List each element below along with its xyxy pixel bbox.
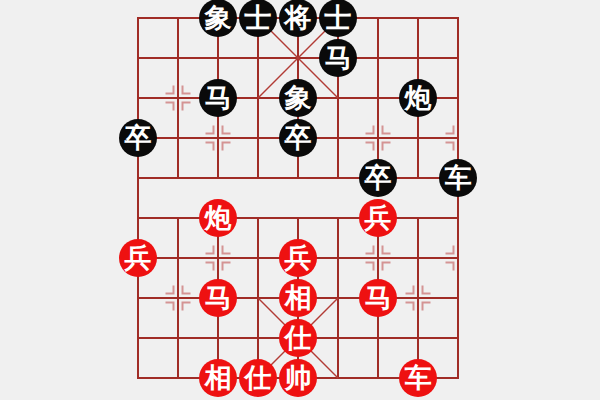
point-3-1 xyxy=(238,38,278,78)
point-5-8 xyxy=(318,318,358,358)
point-1-0 xyxy=(158,0,198,38)
point-7-9: 车 xyxy=(398,358,438,398)
point-1-7 xyxy=(158,278,198,318)
board-points: 象士将士马马象炮卒卒卒车炮兵兵兵马相马仕相仕帅车 xyxy=(118,0,478,398)
red-horse[interactable]: 马 xyxy=(199,279,237,317)
red-general[interactable]: 帅 xyxy=(279,359,317,397)
point-2-6 xyxy=(198,238,238,278)
black-horse[interactable]: 马 xyxy=(319,39,357,77)
point-5-5 xyxy=(318,198,358,238)
point-4-6: 兵 xyxy=(278,238,318,278)
red-advisor[interactable]: 仕 xyxy=(239,359,277,397)
point-8-0 xyxy=(438,0,478,38)
point-5-0: 士 xyxy=(318,0,358,38)
point-3-4 xyxy=(238,158,278,198)
black-chariot[interactable]: 车 xyxy=(439,159,477,197)
black-advisor[interactable]: 士 xyxy=(239,0,277,37)
point-7-4 xyxy=(398,158,438,198)
point-4-7: 相 xyxy=(278,278,318,318)
point-0-5 xyxy=(118,198,158,238)
point-3-9: 仕 xyxy=(238,358,278,398)
point-0-3: 卒 xyxy=(118,118,158,158)
point-2-8 xyxy=(198,318,238,358)
red-advisor[interactable]: 仕 xyxy=(279,319,317,357)
point-3-7 xyxy=(238,278,278,318)
point-4-2: 象 xyxy=(278,78,318,118)
point-0-9 xyxy=(118,358,158,398)
point-3-2 xyxy=(238,78,278,118)
point-6-9 xyxy=(358,358,398,398)
point-8-3 xyxy=(438,118,478,158)
point-4-0: 将 xyxy=(278,0,318,38)
point-2-2: 马 xyxy=(198,78,238,118)
point-8-9 xyxy=(438,358,478,398)
point-4-1 xyxy=(278,38,318,78)
point-7-8 xyxy=(398,318,438,358)
point-3-3 xyxy=(238,118,278,158)
point-5-9 xyxy=(318,358,358,398)
point-2-5: 炮 xyxy=(198,198,238,238)
point-5-2 xyxy=(318,78,358,118)
black-advisor[interactable]: 士 xyxy=(319,0,357,37)
red-horse[interactable]: 马 xyxy=(359,279,397,317)
point-6-6 xyxy=(358,238,398,278)
black-cannon[interactable]: 炮 xyxy=(399,79,437,117)
black-soldier[interactable]: 卒 xyxy=(119,119,157,157)
point-1-1 xyxy=(158,38,198,78)
point-5-6 xyxy=(318,238,358,278)
point-7-5 xyxy=(398,198,438,238)
point-6-2 xyxy=(358,78,398,118)
red-elephant[interactable]: 相 xyxy=(279,279,317,317)
point-8-4: 车 xyxy=(438,158,478,198)
point-7-3 xyxy=(398,118,438,158)
point-8-7 xyxy=(438,278,478,318)
point-3-8 xyxy=(238,318,278,358)
red-cannon[interactable]: 炮 xyxy=(199,199,237,237)
point-0-0 xyxy=(118,0,158,38)
black-soldier[interactable]: 卒 xyxy=(279,119,317,157)
point-3-5 xyxy=(238,198,278,238)
black-elephant[interactable]: 象 xyxy=(199,0,237,37)
point-0-4 xyxy=(118,158,158,198)
black-elephant[interactable]: 象 xyxy=(279,79,317,117)
point-7-1 xyxy=(398,38,438,78)
point-7-6 xyxy=(398,238,438,278)
point-0-6: 兵 xyxy=(118,238,158,278)
point-8-6 xyxy=(438,238,478,278)
point-1-6 xyxy=(158,238,198,278)
point-3-0: 士 xyxy=(238,0,278,38)
point-1-4 xyxy=(158,158,198,198)
point-4-5 xyxy=(278,198,318,238)
point-8-1 xyxy=(438,38,478,78)
red-soldier[interactable]: 兵 xyxy=(359,199,397,237)
point-6-5: 兵 xyxy=(358,198,398,238)
point-8-5 xyxy=(438,198,478,238)
point-0-2 xyxy=(118,78,158,118)
point-2-1 xyxy=(198,38,238,78)
point-6-1 xyxy=(358,38,398,78)
point-6-7: 马 xyxy=(358,278,398,318)
point-3-6 xyxy=(238,238,278,278)
black-horse[interactable]: 马 xyxy=(199,79,237,117)
point-6-8 xyxy=(358,318,398,358)
point-2-7: 马 xyxy=(198,278,238,318)
black-general[interactable]: 将 xyxy=(279,0,317,37)
point-4-4 xyxy=(278,158,318,198)
point-8-2 xyxy=(438,78,478,118)
point-5-7 xyxy=(318,278,358,318)
point-8-8 xyxy=(438,318,478,358)
point-7-0 xyxy=(398,0,438,38)
point-0-8 xyxy=(118,318,158,358)
point-7-7 xyxy=(398,278,438,318)
point-2-0: 象 xyxy=(198,0,238,38)
point-4-3: 卒 xyxy=(278,118,318,158)
red-elephant[interactable]: 相 xyxy=(199,359,237,397)
point-5-3 xyxy=(318,118,358,158)
black-soldier[interactable]: 卒 xyxy=(359,159,397,197)
point-2-4 xyxy=(198,158,238,198)
point-6-0 xyxy=(358,0,398,38)
point-2-3 xyxy=(198,118,238,158)
red-soldier[interactable]: 兵 xyxy=(119,239,157,277)
point-5-4 xyxy=(318,158,358,198)
red-chariot[interactable]: 车 xyxy=(399,359,437,397)
point-0-1 xyxy=(118,38,158,78)
point-7-2: 炮 xyxy=(398,78,438,118)
point-4-9: 帅 xyxy=(278,358,318,398)
point-0-7 xyxy=(118,278,158,318)
red-soldier[interactable]: 兵 xyxy=(279,239,317,277)
point-1-8 xyxy=(158,318,198,358)
point-1-9 xyxy=(158,358,198,398)
point-6-4: 卒 xyxy=(358,158,398,198)
point-1-2 xyxy=(158,78,198,118)
point-4-8: 仕 xyxy=(278,318,318,358)
point-1-5 xyxy=(158,198,198,238)
point-5-1: 马 xyxy=(318,38,358,78)
point-6-3 xyxy=(358,118,398,158)
xiangqi-diagram: 象士将士马马象炮卒卒卒车炮兵兵兵马相马仕相仕帅车 xyxy=(0,0,600,400)
point-2-9: 相 xyxy=(198,358,238,398)
point-1-3 xyxy=(158,118,198,158)
